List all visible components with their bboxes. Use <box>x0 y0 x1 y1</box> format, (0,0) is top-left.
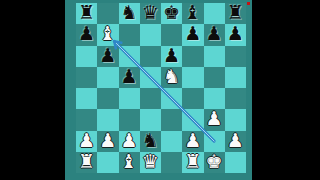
white-rook[interactable]: ♜ <box>184 152 201 171</box>
square-h2[interactable]: ♟ <box>225 131 246 152</box>
square-e1[interactable] <box>161 152 182 173</box>
white-pawn[interactable]: ♟ <box>78 131 95 150</box>
square-c6[interactable] <box>119 46 140 67</box>
square-c2[interactable]: ♟ <box>119 131 140 152</box>
black-pawn[interactable]: ♟ <box>121 67 138 86</box>
square-e7[interactable] <box>161 24 182 45</box>
square-d5[interactable] <box>140 67 161 88</box>
square-a7[interactable]: ♟ <box>76 24 97 45</box>
chess-board: ♜♞♛♚♝♜♟♝♟♟♟♟♟♟♞♟♟♟♟♞♟♟♜♝♛♜♚ <box>76 3 246 173</box>
square-d2[interactable]: ♞ <box>140 131 161 152</box>
black-pawn[interactable]: ♟ <box>78 24 95 43</box>
square-e5[interactable]: ♞ <box>161 67 182 88</box>
square-g2[interactable] <box>204 131 225 152</box>
square-a6[interactable] <box>76 46 97 67</box>
white-pawn[interactable]: ♟ <box>121 131 138 150</box>
black-pawn[interactable]: ♟ <box>227 24 244 43</box>
square-f5[interactable] <box>182 67 203 88</box>
square-e4[interactable] <box>161 88 182 109</box>
square-g7[interactable]: ♟ <box>204 24 225 45</box>
square-b7[interactable]: ♝ <box>97 24 118 45</box>
square-d3[interactable] <box>140 109 161 130</box>
square-h8[interactable]: ♜ <box>225 3 246 24</box>
black-king[interactable]: ♚ <box>163 3 180 22</box>
square-a3[interactable] <box>76 109 97 130</box>
square-h1[interactable] <box>225 152 246 173</box>
black-pawn[interactable]: ♟ <box>99 46 116 65</box>
square-b3[interactable] <box>97 109 118 130</box>
square-f3[interactable] <box>182 109 203 130</box>
square-h4[interactable] <box>225 88 246 109</box>
square-a4[interactable] <box>76 88 97 109</box>
red-dot-marker <box>247 2 250 5</box>
square-h7[interactable]: ♟ <box>225 24 246 45</box>
white-pawn[interactable]: ♟ <box>227 131 244 150</box>
square-g6[interactable] <box>204 46 225 67</box>
video-thumbnail-stage: ♜♞♛♚♝♜♟♝♟♟♟♟♟♟♞♟♟♟♟♞♟♟♜♝♛♜♚ <box>0 0 320 180</box>
black-pawn[interactable]: ♟ <box>184 24 201 43</box>
square-c1[interactable]: ♝ <box>119 152 140 173</box>
square-d6[interactable] <box>140 46 161 67</box>
square-a2[interactable]: ♟ <box>76 131 97 152</box>
black-knight[interactable]: ♞ <box>142 131 159 150</box>
white-pawn[interactable]: ♟ <box>99 131 116 150</box>
square-g1[interactable]: ♚ <box>204 152 225 173</box>
square-c4[interactable] <box>119 88 140 109</box>
white-bishop[interactable]: ♝ <box>99 24 116 43</box>
white-queen[interactable]: ♛ <box>142 152 159 171</box>
square-d8[interactable]: ♛ <box>140 3 161 24</box>
black-bishop[interactable]: ♝ <box>184 3 201 22</box>
square-g5[interactable] <box>204 67 225 88</box>
square-b8[interactable] <box>97 3 118 24</box>
square-f4[interactable] <box>182 88 203 109</box>
square-a1[interactable]: ♜ <box>76 152 97 173</box>
square-a8[interactable]: ♜ <box>76 3 97 24</box>
square-g3[interactable]: ♟ <box>204 109 225 130</box>
square-h3[interactable] <box>225 109 246 130</box>
square-h6[interactable] <box>225 46 246 67</box>
square-g4[interactable] <box>204 88 225 109</box>
square-e8[interactable]: ♚ <box>161 3 182 24</box>
white-rook[interactable]: ♜ <box>78 152 95 171</box>
square-b5[interactable] <box>97 67 118 88</box>
square-b1[interactable] <box>97 152 118 173</box>
square-b6[interactable]: ♟ <box>97 46 118 67</box>
black-rook[interactable]: ♜ <box>78 3 95 22</box>
square-h5[interactable] <box>225 67 246 88</box>
square-c8[interactable]: ♞ <box>119 3 140 24</box>
black-knight[interactable]: ♞ <box>121 3 138 22</box>
black-queen[interactable]: ♛ <box>142 3 159 22</box>
square-f1[interactable]: ♜ <box>182 152 203 173</box>
white-pawn[interactable]: ♟ <box>206 109 223 128</box>
square-d4[interactable] <box>140 88 161 109</box>
white-knight[interactable]: ♞ <box>163 67 180 86</box>
square-c5[interactable]: ♟ <box>119 67 140 88</box>
white-king[interactable]: ♚ <box>206 152 223 171</box>
square-a5[interactable] <box>76 67 97 88</box>
square-b4[interactable] <box>97 88 118 109</box>
square-c7[interactable] <box>119 24 140 45</box>
white-bishop[interactable]: ♝ <box>121 152 138 171</box>
white-pawn[interactable]: ♟ <box>184 131 201 150</box>
square-e6[interactable]: ♟ <box>161 46 182 67</box>
square-g8[interactable] <box>204 3 225 24</box>
square-f6[interactable] <box>182 46 203 67</box>
square-b2[interactable]: ♟ <box>97 131 118 152</box>
black-pawn[interactable]: ♟ <box>163 46 180 65</box>
square-f7[interactable]: ♟ <box>182 24 203 45</box>
square-e3[interactable] <box>161 109 182 130</box>
black-pawn[interactable]: ♟ <box>206 24 223 43</box>
square-d1[interactable]: ♛ <box>140 152 161 173</box>
square-c3[interactable] <box>119 109 140 130</box>
square-f2[interactable]: ♟ <box>182 131 203 152</box>
square-d7[interactable] <box>140 24 161 45</box>
square-f8[interactable]: ♝ <box>182 3 203 24</box>
black-rook[interactable]: ♜ <box>227 3 244 22</box>
square-e2[interactable] <box>161 131 182 152</box>
